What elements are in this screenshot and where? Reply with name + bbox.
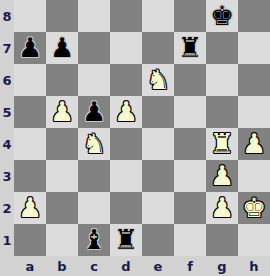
square-f7[interactable]: ♜: [174, 32, 206, 64]
square-b4[interactable]: [46, 128, 78, 160]
rank-label-5: 5: [0, 96, 14, 128]
square-d6[interactable]: [110, 64, 142, 96]
white-pawn-g2: ♟: [210, 192, 234, 224]
square-b8[interactable]: [46, 0, 78, 32]
square-e4[interactable]: [142, 128, 174, 160]
square-f4[interactable]: [174, 128, 206, 160]
rank-label-2: 2: [0, 192, 14, 224]
file-label-a: a: [14, 256, 46, 276]
square-e8[interactable]: [142, 0, 174, 32]
square-g7[interactable]: [206, 32, 238, 64]
square-d7[interactable]: [110, 32, 142, 64]
square-h1[interactable]: [238, 224, 270, 256]
square-e7[interactable]: [142, 32, 174, 64]
rank-label-1: 1: [0, 224, 14, 256]
square-b2[interactable]: [46, 192, 78, 224]
square-e3[interactable]: [142, 160, 174, 192]
square-c7[interactable]: [78, 32, 110, 64]
square-g6[interactable]: [206, 64, 238, 96]
corner-spacer: [0, 256, 14, 276]
square-c4[interactable]: ♞: [78, 128, 110, 160]
square-d5[interactable]: ♟: [110, 96, 142, 128]
square-c3[interactable]: [78, 160, 110, 192]
square-d4[interactable]: [110, 128, 142, 160]
square-c6[interactable]: [78, 64, 110, 96]
file-label-c: c: [78, 256, 110, 276]
file-label-f: f: [174, 256, 206, 276]
square-h5[interactable]: [238, 96, 270, 128]
black-pawn-a7: ♟: [18, 32, 42, 64]
square-f8[interactable]: [174, 0, 206, 32]
square-d8[interactable]: [110, 0, 142, 32]
square-a1[interactable]: [14, 224, 46, 256]
square-a6[interactable]: [14, 64, 46, 96]
rank-label-8: 8: [0, 0, 14, 32]
square-g3[interactable]: ♟: [206, 160, 238, 192]
file-label-g: g: [206, 256, 238, 276]
rank-label-6: 6: [0, 64, 14, 96]
square-e1[interactable]: [142, 224, 174, 256]
square-h4[interactable]: ♟: [238, 128, 270, 160]
square-g8[interactable]: ♚: [206, 0, 238, 32]
square-c1[interactable]: ♝: [78, 224, 110, 256]
square-b3[interactable]: [46, 160, 78, 192]
square-h6[interactable]: [238, 64, 270, 96]
square-g5[interactable]: [206, 96, 238, 128]
square-a4[interactable]: [14, 128, 46, 160]
square-b1[interactable]: [46, 224, 78, 256]
white-rook-g4: ♜: [210, 128, 234, 160]
black-pawn-b7: ♟: [50, 32, 74, 64]
square-h8[interactable]: [238, 0, 270, 32]
square-e2[interactable]: [142, 192, 174, 224]
square-a8[interactable]: [14, 0, 46, 32]
square-c2[interactable]: [78, 192, 110, 224]
white-knight-e6: ♞: [146, 64, 170, 96]
white-knight-c4: ♞: [82, 128, 106, 160]
square-d1[interactable]: ♜: [110, 224, 142, 256]
square-e6[interactable]: ♞: [142, 64, 174, 96]
rank-label-3: 3: [0, 160, 14, 192]
file-label-d: d: [110, 256, 142, 276]
square-a7[interactable]: ♟: [14, 32, 46, 64]
white-king-h2: ♚: [242, 192, 266, 224]
file-label-b: b: [46, 256, 78, 276]
square-a2[interactable]: ♟: [14, 192, 46, 224]
white-pawn-a2: ♟: [18, 192, 42, 224]
square-f2[interactable]: [174, 192, 206, 224]
square-g1[interactable]: [206, 224, 238, 256]
square-g4[interactable]: ♜: [206, 128, 238, 160]
square-a3[interactable]: [14, 160, 46, 192]
square-a5[interactable]: [14, 96, 46, 128]
black-rook-d1: ♜: [114, 224, 138, 256]
square-h2[interactable]: ♚: [238, 192, 270, 224]
black-bishop-c1: ♝: [82, 224, 106, 256]
square-d3[interactable]: [110, 160, 142, 192]
square-c8[interactable]: [78, 0, 110, 32]
white-pawn-b5: ♟: [50, 96, 74, 128]
square-h7[interactable]: [238, 32, 270, 64]
rank-label-7: 7: [0, 32, 14, 64]
square-f5[interactable]: [174, 96, 206, 128]
file-label-h: h: [238, 256, 270, 276]
chess-diagram: 8♚7♟♟♜6♞5♟♟♟4♞♜♟3♟2♟♟♚1♝♜abcdefgh: [0, 0, 270, 276]
white-pawn-g3: ♟: [210, 160, 234, 192]
square-g2[interactable]: ♟: [206, 192, 238, 224]
square-c5[interactable]: ♟: [78, 96, 110, 128]
square-f1[interactable]: [174, 224, 206, 256]
file-label-e: e: [142, 256, 174, 276]
square-b6[interactable]: [46, 64, 78, 96]
black-pawn-c5: ♟: [82, 96, 106, 128]
square-f3[interactable]: [174, 160, 206, 192]
square-b5[interactable]: ♟: [46, 96, 78, 128]
square-f6[interactable]: [174, 64, 206, 96]
black-rook-f7: ♜: [178, 32, 202, 64]
square-e5[interactable]: [142, 96, 174, 128]
white-pawn-h4: ♟: [242, 128, 266, 160]
rank-label-4: 4: [0, 128, 14, 160]
square-h3[interactable]: [238, 160, 270, 192]
white-pawn-d5: ♟: [114, 96, 138, 128]
black-king-g8: ♚: [210, 0, 234, 32]
square-b7[interactable]: ♟: [46, 32, 78, 64]
square-d2[interactable]: [110, 192, 142, 224]
